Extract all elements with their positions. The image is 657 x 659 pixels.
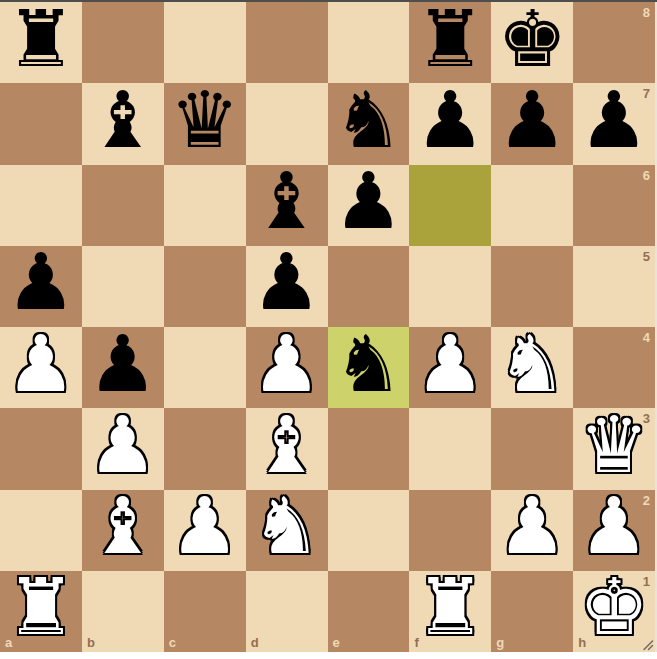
square-a4[interactable]: ♟ [0,327,82,408]
white-pawn[interactable]: ♟ [252,325,322,403]
black-pawn[interactable]: ♟ [88,325,158,403]
rank-label-8: 8 [643,5,650,20]
black-pawn[interactable]: ♟ [252,243,322,321]
square-b3[interactable]: ♟ [82,408,164,489]
white-pawn[interactable]: ♟ [88,406,158,484]
file-label-c: c [169,635,176,650]
square-a3[interactable] [0,408,82,489]
white-pawn[interactable]: ♟ [170,487,240,565]
square-d6[interactable]: ♝ [246,165,328,246]
file-label-f: f [414,635,418,650]
rank-label-1: 1 [643,574,650,589]
square-b5[interactable] [82,246,164,327]
white-bishop[interactable]: ♝ [88,487,158,565]
square-d8[interactable] [246,2,328,83]
black-rook[interactable]: ♜ [415,0,485,78]
square-d7[interactable] [246,83,328,164]
square-g2[interactable]: ♟ [491,490,573,571]
file-label-a: a [5,635,12,650]
chess-board[interactable]: ♜♜♚8♝♛♞♟♟♟7♝♟6♟♟5♟♟♟♞♟♞4♟♝♛3♝♟♞♟♟2♜abcde… [0,2,655,652]
white-rook[interactable]: ♜ [415,568,485,646]
square-h1[interactable]: ♚1h [573,571,655,652]
square-h3[interactable]: ♛3 [573,408,655,489]
black-pawn[interactable]: ♟ [333,162,403,240]
rank-label-7: 7 [643,86,650,101]
square-f8[interactable]: ♜ [409,2,491,83]
file-label-h: h [578,635,586,650]
square-e8[interactable] [328,2,410,83]
white-king[interactable]: ♚ [579,568,649,646]
square-b1[interactable]: b [82,571,164,652]
square-d3[interactable]: ♝ [246,408,328,489]
rank-label-3: 3 [643,411,650,426]
square-e7[interactable]: ♞ [328,83,410,164]
square-d5[interactable]: ♟ [246,246,328,327]
square-c1[interactable]: c [164,571,246,652]
black-pawn[interactable]: ♟ [415,81,485,159]
square-b8[interactable] [82,2,164,83]
square-e4[interactable]: ♞ [328,327,410,408]
rank-label-5: 5 [643,249,650,264]
square-c5[interactable] [164,246,246,327]
square-a8[interactable]: ♜ [0,2,82,83]
square-g1[interactable]: g [491,571,573,652]
square-a6[interactable] [0,165,82,246]
square-a5[interactable]: ♟ [0,246,82,327]
black-queen[interactable]: ♛ [170,81,240,159]
square-g4[interactable]: ♞ [491,327,573,408]
square-a2[interactable] [0,490,82,571]
file-label-b: b [87,635,95,650]
rank-label-6: 6 [643,168,650,183]
square-g7[interactable]: ♟ [491,83,573,164]
white-pawn[interactable]: ♟ [497,487,567,565]
square-f2[interactable] [409,490,491,571]
black-king[interactable]: ♚ [497,0,567,78]
square-h7[interactable]: ♟7 [573,83,655,164]
white-bishop[interactable]: ♝ [252,406,322,484]
square-d2[interactable]: ♞ [246,490,328,571]
square-b4[interactable]: ♟ [82,327,164,408]
square-d4[interactable]: ♟ [246,327,328,408]
square-d1[interactable]: d [246,571,328,652]
black-rook[interactable]: ♜ [6,0,76,78]
square-h4[interactable]: 4 [573,327,655,408]
square-b7[interactable]: ♝ [82,83,164,164]
square-c7[interactable]: ♛ [164,83,246,164]
square-e3[interactable] [328,408,410,489]
black-knight[interactable]: ♞ [333,81,403,159]
file-label-g: g [496,635,504,650]
rank-label-4: 4 [643,330,650,345]
square-g3[interactable] [491,408,573,489]
square-h5[interactable]: 5 [573,246,655,327]
square-b6[interactable] [82,165,164,246]
square-f3[interactable] [409,408,491,489]
square-f1[interactable]: ♜f [409,571,491,652]
square-e2[interactable] [328,490,410,571]
black-pawn[interactable]: ♟ [6,243,76,321]
square-h6[interactable]: 6 [573,165,655,246]
white-pawn[interactable]: ♟ [579,487,649,565]
white-pawn[interactable]: ♟ [415,325,485,403]
black-pawn[interactable]: ♟ [497,81,567,159]
square-f5[interactable] [409,246,491,327]
square-c3[interactable] [164,408,246,489]
square-e5[interactable] [328,246,410,327]
square-a7[interactable] [0,83,82,164]
square-f4[interactable]: ♟ [409,327,491,408]
white-rook[interactable]: ♜ [6,568,76,646]
square-g6[interactable] [491,165,573,246]
square-g5[interactable] [491,246,573,327]
white-knight[interactable]: ♞ [252,487,322,565]
file-label-d: d [251,635,259,650]
square-e1[interactable]: e [328,571,410,652]
rank-label-2: 2 [643,493,650,508]
square-h2[interactable]: ♟2 [573,490,655,571]
black-bishop[interactable]: ♝ [252,162,322,240]
square-g8[interactable]: ♚ [491,2,573,83]
square-c6[interactable] [164,165,246,246]
square-f6[interactable] [409,165,491,246]
white-pawn[interactable]: ♟ [6,325,76,403]
square-c8[interactable] [164,2,246,83]
black-pawn[interactable]: ♟ [579,81,649,159]
white-knight[interactable]: ♞ [497,325,567,403]
square-b2[interactable]: ♝ [82,490,164,571]
square-e6[interactable]: ♟ [328,165,410,246]
file-label-e: e [333,635,340,650]
square-c4[interactable] [164,327,246,408]
square-a1[interactable]: ♜a [0,571,82,652]
white-queen[interactable]: ♛ [579,406,649,484]
square-c2[interactable]: ♟ [164,490,246,571]
square-h8[interactable]: 8 [573,2,655,83]
board-resize-handle-icon[interactable] [641,638,654,651]
square-f7[interactable]: ♟ [409,83,491,164]
black-knight[interactable]: ♞ [333,325,403,403]
black-bishop[interactable]: ♝ [88,81,158,159]
